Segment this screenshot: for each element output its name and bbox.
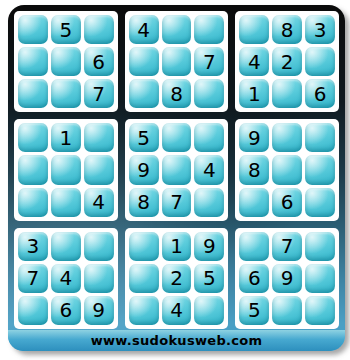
sudoku-cell-r5c6[interactable]: 4 bbox=[194, 155, 224, 184]
sudoku-cell-r4c8[interactable] bbox=[272, 123, 302, 152]
sudoku-cell-r1c2[interactable]: 5 bbox=[51, 15, 81, 44]
sudoku-cell-r7c6[interactable]: 9 bbox=[194, 232, 224, 261]
sudoku-cell-r4c9[interactable] bbox=[305, 123, 335, 152]
sudoku-cell-r6c1[interactable] bbox=[18, 188, 48, 217]
sudoku-cell-r4c5[interactable] bbox=[162, 123, 192, 152]
sudoku-cell-r4c1[interactable] bbox=[18, 123, 48, 152]
sudoku-cell-r8c1[interactable]: 7 bbox=[18, 264, 48, 293]
sudoku-cell-r7c4[interactable] bbox=[129, 232, 159, 261]
sudoku-cell-r3c5[interactable]: 8 bbox=[162, 79, 192, 108]
sudoku-block-1: 567 bbox=[14, 11, 118, 112]
sudoku-cell-r1c7[interactable] bbox=[239, 15, 269, 44]
sudoku-cell-r6c4[interactable]: 8 bbox=[129, 188, 159, 217]
sudoku-cell-r3c8[interactable] bbox=[272, 79, 302, 108]
sudoku-cell-r8c2[interactable]: 4 bbox=[51, 264, 81, 293]
sudoku-grid: 567478834216145948798637469192547695 bbox=[14, 11, 339, 329]
sudoku-cell-r6c9[interactable] bbox=[305, 188, 335, 217]
sudoku-cell-r3c1[interactable] bbox=[18, 79, 48, 108]
sudoku-cell-r6c7[interactable] bbox=[239, 188, 269, 217]
sudoku-cell-r8c9[interactable] bbox=[305, 264, 335, 293]
sudoku-cell-r1c6[interactable] bbox=[194, 15, 224, 44]
sudoku-cell-r7c5[interactable]: 1 bbox=[162, 232, 192, 261]
page: 567478834216145948798637469192547695 www… bbox=[0, 0, 350, 360]
sudoku-cell-r9c4[interactable] bbox=[129, 296, 159, 325]
sudoku-cell-r2c4[interactable] bbox=[129, 47, 159, 76]
sudoku-cell-r8c8[interactable]: 9 bbox=[272, 264, 302, 293]
sudoku-block-2: 478 bbox=[125, 11, 229, 112]
sudoku-cell-r5c9[interactable] bbox=[305, 155, 335, 184]
sudoku-cell-r7c9[interactable] bbox=[305, 232, 335, 261]
sudoku-cell-r3c3[interactable]: 7 bbox=[84, 79, 114, 108]
sudoku-cell-r5c1[interactable] bbox=[18, 155, 48, 184]
sudoku-cell-r6c8[interactable]: 6 bbox=[272, 188, 302, 217]
sudoku-cell-r9c2[interactable]: 6 bbox=[51, 296, 81, 325]
sudoku-cell-r1c5[interactable] bbox=[162, 15, 192, 44]
sudoku-cell-r6c5[interactable]: 7 bbox=[162, 188, 192, 217]
sudoku-cell-r8c6[interactable]: 5 bbox=[194, 264, 224, 293]
sudoku-cell-r4c7[interactable]: 9 bbox=[239, 123, 269, 152]
sudoku-cell-r3c9[interactable]: 6 bbox=[305, 79, 335, 108]
sudoku-cell-r9c8[interactable] bbox=[272, 296, 302, 325]
sudoku-cell-r1c4[interactable]: 4 bbox=[129, 15, 159, 44]
sudoku-cell-r5c3[interactable] bbox=[84, 155, 114, 184]
sudoku-cell-r7c2[interactable] bbox=[51, 232, 81, 261]
sudoku-block-9: 7695 bbox=[235, 228, 339, 329]
sudoku-cell-r6c3[interactable]: 4 bbox=[84, 188, 114, 217]
sudoku-cell-r2c8[interactable]: 2 bbox=[272, 47, 302, 76]
sudoku-block-6: 986 bbox=[235, 119, 339, 220]
sudoku-cell-r7c8[interactable]: 7 bbox=[272, 232, 302, 261]
sudoku-cell-r3c7[interactable]: 1 bbox=[239, 79, 269, 108]
sudoku-cell-r3c6[interactable] bbox=[194, 79, 224, 108]
sudoku-cell-r1c1[interactable] bbox=[18, 15, 48, 44]
sudoku-cell-r7c1[interactable]: 3 bbox=[18, 232, 48, 261]
sudoku-cell-r7c7[interactable] bbox=[239, 232, 269, 261]
sudoku-cell-r9c5[interactable]: 4 bbox=[162, 296, 192, 325]
sudoku-cell-r9c3[interactable]: 9 bbox=[84, 296, 114, 325]
sudoku-cell-r9c6[interactable] bbox=[194, 296, 224, 325]
sudoku-cell-r2c5[interactable] bbox=[162, 47, 192, 76]
sudoku-board: 567478834216145948798637469192547695 www… bbox=[8, 5, 345, 351]
sudoku-cell-r2c3[interactable]: 6 bbox=[84, 47, 114, 76]
sudoku-cell-r1c9[interactable]: 3 bbox=[305, 15, 335, 44]
sudoku-cell-r1c3[interactable] bbox=[84, 15, 114, 44]
sudoku-cell-r2c9[interactable] bbox=[305, 47, 335, 76]
sudoku-cell-r3c4[interactable] bbox=[129, 79, 159, 108]
sudoku-cell-r5c7[interactable]: 8 bbox=[239, 155, 269, 184]
sudoku-block-5: 59487 bbox=[125, 119, 229, 220]
footer-band: www.sudokusweb.com bbox=[8, 330, 345, 351]
sudoku-cell-r9c1[interactable] bbox=[18, 296, 48, 325]
sudoku-cell-r4c3[interactable] bbox=[84, 123, 114, 152]
sudoku-cell-r9c9[interactable] bbox=[305, 296, 335, 325]
sudoku-cell-r5c5[interactable] bbox=[162, 155, 192, 184]
sudoku-cell-r5c2[interactable] bbox=[51, 155, 81, 184]
sudoku-cell-r1c8[interactable]: 8 bbox=[272, 15, 302, 44]
sudoku-cell-r6c2[interactable] bbox=[51, 188, 81, 217]
sudoku-cell-r8c3[interactable] bbox=[84, 264, 114, 293]
sudoku-cell-r7c3[interactable] bbox=[84, 232, 114, 261]
sudoku-block-8: 19254 bbox=[125, 228, 229, 329]
sudoku-cell-r5c4[interactable]: 9 bbox=[129, 155, 159, 184]
sudoku-cell-r2c6[interactable]: 7 bbox=[194, 47, 224, 76]
sudoku-cell-r4c6[interactable] bbox=[194, 123, 224, 152]
sudoku-block-7: 37469 bbox=[14, 228, 118, 329]
footer-url: www.sudokusweb.com bbox=[91, 333, 263, 348]
sudoku-cell-r4c2[interactable]: 1 bbox=[51, 123, 81, 152]
sudoku-cell-r2c7[interactable]: 4 bbox=[239, 47, 269, 76]
sudoku-cell-r4c4[interactable]: 5 bbox=[129, 123, 159, 152]
sudoku-cell-r8c5[interactable]: 2 bbox=[162, 264, 192, 293]
sudoku-cell-r9c7[interactable]: 5 bbox=[239, 296, 269, 325]
sudoku-cell-r3c2[interactable] bbox=[51, 79, 81, 108]
sudoku-cell-r2c2[interactable] bbox=[51, 47, 81, 76]
sudoku-cell-r8c7[interactable]: 6 bbox=[239, 264, 269, 293]
sudoku-block-4: 14 bbox=[14, 119, 118, 220]
sudoku-cell-r6c6[interactable] bbox=[194, 188, 224, 217]
sudoku-cell-r2c1[interactable] bbox=[18, 47, 48, 76]
sudoku-cell-r8c4[interactable] bbox=[129, 264, 159, 293]
sudoku-block-3: 834216 bbox=[235, 11, 339, 112]
sudoku-cell-r5c8[interactable] bbox=[272, 155, 302, 184]
